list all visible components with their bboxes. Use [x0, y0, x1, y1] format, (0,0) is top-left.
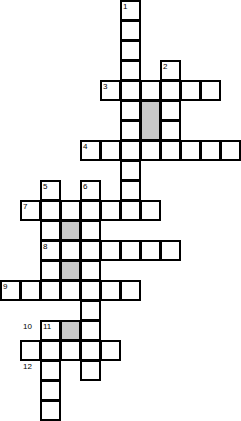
cell-r10c7[interactable] [140, 200, 161, 221]
cell-r7c4[interactable] [80, 140, 101, 161]
cell-r9c2[interactable] [40, 180, 61, 201]
cell-r4c6[interactable] [120, 80, 141, 101]
cell-r11c2[interactable] [40, 220, 61, 241]
clue-number-12: 12 [23, 363, 32, 371]
cell-r17c3[interactable] [60, 340, 81, 361]
cell-r0c6[interactable] [120, 0, 141, 21]
cell-r10c1[interactable] [20, 200, 41, 221]
cell-r5c6[interactable] [120, 100, 141, 121]
cell-r6c6[interactable] [120, 120, 141, 141]
cell-r18c2[interactable] [40, 360, 61, 381]
cell-r12c3[interactable] [60, 240, 81, 261]
cell-r16c2[interactable] [40, 320, 61, 341]
crossword-grid: 123456789101112 [0, 0, 241, 421]
cell-r14c2[interactable] [40, 280, 61, 301]
cell-r14c1[interactable] [20, 280, 41, 301]
cell-r17c1[interactable] [20, 340, 41, 361]
cell-r12c4[interactable] [80, 240, 101, 261]
cell-r6c8[interactable] [160, 120, 181, 141]
clue-number-10: 10 [23, 323, 32, 331]
cell-r15c4[interactable] [80, 300, 101, 321]
cell-r14c5[interactable] [100, 280, 121, 301]
cell-r19c2[interactable] [40, 380, 61, 401]
cell-r14c4[interactable] [80, 280, 101, 301]
cell-r14c3[interactable] [60, 280, 81, 301]
cell-r7c6[interactable] [120, 140, 141, 161]
shaded-cell-r5c7[interactable] [140, 100, 161, 141]
cell-r4c8[interactable] [160, 80, 181, 101]
cell-r7c9[interactable] [180, 140, 201, 161]
cell-r2c6[interactable] [120, 40, 141, 61]
cell-r17c5[interactable] [100, 340, 121, 361]
cell-r10c5[interactable] [100, 200, 121, 221]
cell-r10c4[interactable] [80, 200, 101, 221]
shaded-cell-r16c3[interactable] [60, 320, 81, 341]
cell-r16c4[interactable] [80, 320, 101, 341]
cell-r4c7[interactable] [140, 80, 161, 101]
cell-r4c5[interactable] [100, 80, 121, 101]
cell-r4c9[interactable] [180, 80, 201, 101]
cell-r17c2[interactable] [40, 340, 61, 361]
cell-r12c8[interactable] [160, 240, 181, 261]
cell-r8c6[interactable] [120, 160, 141, 181]
cell-r13c2[interactable] [40, 260, 61, 281]
cell-r13c4[interactable] [80, 260, 101, 281]
cell-r10c3[interactable] [60, 200, 81, 221]
cell-r7c7[interactable] [140, 140, 161, 161]
cell-r14c6[interactable] [120, 280, 141, 301]
cell-r3c8[interactable] [160, 60, 181, 81]
cell-r7c10[interactable] [200, 140, 221, 161]
shaded-cell-r11c3[interactable] [60, 220, 81, 241]
cell-r14c0[interactable] [0, 280, 21, 301]
cell-r10c2[interactable] [40, 200, 61, 221]
cell-r7c5[interactable] [100, 140, 121, 161]
cell-r5c8[interactable] [160, 100, 181, 121]
cell-r1c6[interactable] [120, 20, 141, 41]
cell-r9c4[interactable] [80, 180, 101, 201]
cell-r12c2[interactable] [40, 240, 61, 261]
cell-r17c4[interactable] [80, 340, 101, 361]
cell-r12c7[interactable] [140, 240, 161, 261]
cell-r9c6[interactable] [120, 180, 141, 201]
cell-r4c10[interactable] [200, 80, 221, 101]
cell-r11c4[interactable] [80, 220, 101, 241]
cell-r20c2[interactable] [40, 400, 61, 421]
cell-r12c6[interactable] [120, 240, 141, 261]
cell-r7c8[interactable] [160, 140, 181, 161]
cell-r7c11[interactable] [220, 140, 241, 161]
cell-r10c6[interactable] [120, 200, 141, 221]
cell-r3c6[interactable] [120, 60, 141, 81]
cell-r12c5[interactable] [100, 240, 121, 261]
cell-r18c4[interactable] [80, 360, 101, 381]
shaded-cell-r13c3[interactable] [60, 260, 81, 281]
